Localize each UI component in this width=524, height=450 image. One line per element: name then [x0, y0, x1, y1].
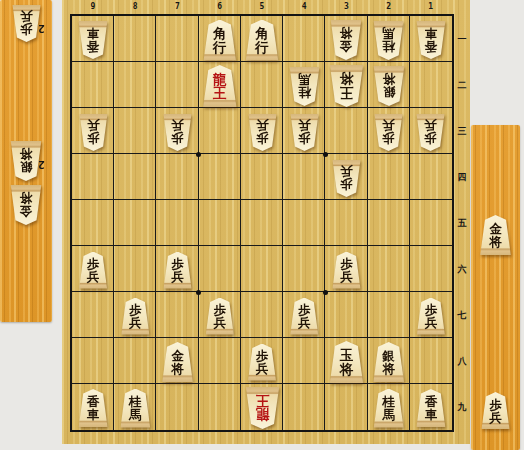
piece-kanji: 将 — [382, 362, 395, 375]
rank-label-5: 五 — [455, 217, 469, 229]
board-cell-2g[interactable] — [368, 292, 410, 338]
piece-pawn-9c[interactable]: 歩兵 — [78, 114, 109, 151]
file-label-2: 2 — [368, 1, 410, 12]
piece-kanji: 将 — [20, 148, 33, 161]
board-cell-6d[interactable] — [199, 154, 241, 200]
piece-kanji: 馬 — [382, 408, 395, 421]
piece-kanji: 行 — [213, 40, 227, 54]
piece-silver-2b[interactable]: 銀将 — [372, 66, 406, 106]
board-cell-9e[interactable] — [72, 200, 114, 246]
board-cell-7e[interactable] — [156, 200, 198, 246]
board-cell-6f[interactable] — [199, 246, 241, 292]
board-cell-4i[interactable] — [283, 384, 325, 430]
piece-kanji: 車 — [87, 27, 100, 40]
piece-face: 香車 — [77, 389, 109, 427]
piece-face: 歩兵 — [331, 252, 362, 289]
file-label-9: 9 — [72, 1, 114, 12]
board-cell-6c[interactable] — [199, 108, 241, 154]
board-cell-8d[interactable] — [114, 154, 156, 200]
piece-face: 歩兵 — [11, 5, 42, 42]
board-cell-7i[interactable] — [156, 384, 198, 430]
piece-face: 銀将 — [372, 66, 406, 106]
rank-label-3: 三 — [455, 125, 469, 137]
rank-label-1: 一 — [455, 33, 469, 45]
board-cell-6e[interactable] — [199, 200, 241, 246]
star-point — [196, 152, 201, 157]
board-cell-8e[interactable] — [114, 200, 156, 246]
piece-knight-2a[interactable]: 桂馬 — [372, 21, 405, 60]
piece-face: 金将 — [9, 185, 43, 225]
board-cell-5b[interactable] — [241, 62, 283, 108]
piece-kanji: 王 — [255, 394, 269, 408]
piece-pawn-6g[interactable]: 歩兵 — [204, 298, 235, 335]
piece-kanji: 王 — [213, 86, 227, 100]
piece-bishop-6a[interactable]: 角行 — [202, 20, 238, 61]
board-cell-9h[interactable] — [72, 338, 114, 384]
piece-kanji: 馬 — [129, 408, 142, 421]
star-point — [323, 152, 328, 157]
piece-face: 銀将 — [372, 342, 406, 382]
piece-kanji: 玉 — [340, 348, 354, 362]
piece-kanji: 歩 — [20, 24, 33, 37]
hand-piece-gote-pawn[interactable]: 歩兵 — [11, 5, 42, 42]
piece-kanji: 兵 — [489, 411, 502, 424]
piece-kanji: 車 — [425, 27, 438, 40]
piece-kanji: 将 — [340, 362, 354, 376]
piece-face: 桂馬 — [372, 389, 405, 428]
piece-face: 桂馬 — [372, 21, 405, 60]
piece-face: 金将 — [329, 20, 363, 60]
file-label-4: 4 — [283, 1, 325, 12]
rank-label-9: 九 — [455, 401, 469, 413]
gote-captured-stand: 歩兵2銀将2金将 — [0, 0, 52, 322]
board-cell-3e[interactable] — [325, 200, 367, 246]
piece-pawn-8g[interactable]: 歩兵 — [120, 298, 151, 335]
piece-kanji: 歩 — [489, 398, 502, 411]
star-point — [323, 290, 328, 295]
piece-kanji: 行 — [255, 40, 269, 54]
board-cell-8h[interactable] — [114, 338, 156, 384]
piece-pawn-1g[interactable]: 歩兵 — [415, 298, 446, 335]
piece-gold-7h[interactable]: 金将 — [161, 342, 195, 382]
rank-label-2: 二 — [455, 79, 469, 91]
hand-count-gote-silver: 2 — [38, 158, 45, 171]
piece-face: 角行 — [202, 20, 238, 61]
piece-pawn-7f[interactable]: 歩兵 — [162, 252, 193, 289]
piece-kanji: 桂 — [298, 86, 311, 99]
piece-face: 玉将 — [328, 341, 365, 383]
piece-face: 歩兵 — [247, 114, 278, 151]
piece-face: 歩兵 — [331, 160, 362, 197]
board-cell-1b[interactable] — [410, 62, 452, 108]
piece-pawn-2c[interactable]: 歩兵 — [373, 114, 404, 151]
piece-kanji: 兵 — [298, 119, 311, 132]
piece-kanji: 歩 — [87, 132, 100, 145]
piece-pawn-5c[interactable]: 歩兵 — [247, 114, 278, 151]
piece-kanji: 将 — [171, 362, 184, 375]
piece-pawn-3f[interactable]: 歩兵 — [331, 252, 362, 289]
sente-captured-stand: 金将歩兵 — [471, 125, 520, 450]
board-cell-8c[interactable] — [114, 108, 156, 154]
piece-king-3h[interactable]: 玉将 — [328, 341, 365, 383]
piece-kanji: 馬 — [298, 73, 311, 86]
file-label-6: 6 — [199, 1, 241, 12]
board-cell-7d[interactable] — [156, 154, 198, 200]
rank-label-8: 八 — [455, 355, 469, 367]
board-cell-8a[interactable] — [114, 16, 156, 62]
board-cell-2e[interactable] — [368, 200, 410, 246]
star-point — [196, 290, 201, 295]
board-cell-1e[interactable] — [410, 200, 452, 246]
board-cell-5e[interactable] — [241, 200, 283, 246]
piece-kanji: 将 — [382, 73, 395, 86]
file-label-5: 5 — [241, 1, 283, 12]
piece-face: 龍王 — [244, 387, 281, 429]
board-cell-1h[interactable] — [410, 338, 452, 384]
piece-kanji: 馬 — [382, 27, 395, 40]
piece-face: 歩兵 — [78, 252, 109, 289]
piece-kanji: 歩 — [340, 178, 353, 191]
piece-lance-9i[interactable]: 香車 — [77, 389, 109, 427]
piece-face: 桂馬 — [119, 389, 152, 428]
hand-count-gote-pawn: 2 — [38, 22, 45, 35]
hand-piece-gote-gold[interactable]: 金将 — [9, 185, 43, 225]
piece-pawn-3d[interactable]: 歩兵 — [331, 160, 362, 197]
piece-face: 角行 — [244, 20, 280, 61]
hand-piece-sente-gold[interactable]: 金将 — [479, 215, 513, 255]
piece-kanji: 桂 — [382, 40, 395, 53]
board-cell-9b[interactable] — [72, 62, 114, 108]
board-cell-3c[interactable] — [325, 108, 367, 154]
piece-face: 歩兵 — [162, 252, 193, 289]
piece-dragon-6b[interactable]: 龍王 — [201, 65, 238, 107]
piece-kanji: 兵 — [425, 316, 438, 329]
file-label-7: 7 — [156, 1, 198, 12]
board-cell-5g[interactable] — [241, 292, 283, 338]
piece-knight-4b[interactable]: 桂馬 — [288, 67, 321, 106]
piece-face: 歩兵 — [247, 344, 278, 381]
board-cell-3i[interactable] — [325, 384, 367, 430]
piece-face: 歩兵 — [120, 298, 151, 335]
piece-pawn-4c[interactable]: 歩兵 — [289, 114, 320, 151]
piece-gold-3a[interactable]: 金将 — [329, 20, 363, 60]
board-cell-7g[interactable] — [156, 292, 198, 338]
piece-kanji: 銀 — [382, 86, 395, 99]
piece-knight-2i[interactable]: 桂馬 — [372, 389, 405, 428]
piece-kanji: 香 — [425, 40, 438, 53]
piece-kanji: 兵 — [340, 165, 353, 178]
piece-face: 桂馬 — [288, 67, 321, 106]
board-cell-1f[interactable] — [410, 246, 452, 292]
piece-kanji: 車 — [87, 408, 100, 421]
piece-kanji: 銀 — [20, 161, 33, 174]
piece-kanji: 将 — [340, 27, 353, 40]
piece-kanji: 金 — [340, 40, 353, 53]
piece-face: 歩兵 — [415, 298, 446, 335]
piece-dragon-5i[interactable]: 龍王 — [244, 387, 281, 429]
board-cell-4h[interactable] — [283, 338, 325, 384]
piece-face: 龍王 — [201, 65, 238, 107]
piece-pawn-7c[interactable]: 歩兵 — [162, 114, 193, 151]
board-cell-4a[interactable] — [283, 16, 325, 62]
piece-kanji: 車 — [425, 408, 438, 421]
piece-face: 香車 — [77, 21, 109, 59]
piece-face: 歩兵 — [289, 298, 320, 335]
board-cell-8b[interactable] — [114, 62, 156, 108]
hand-piece-sente-pawn[interactable]: 歩兵 — [480, 392, 511, 429]
rank-label-4: 四 — [455, 171, 469, 183]
piece-kanji: 兵 — [382, 119, 395, 132]
piece-kanji: 将 — [489, 235, 502, 248]
board-cell-4e[interactable] — [283, 200, 325, 246]
piece-kanji: 角 — [255, 26, 269, 40]
board-cell-7a[interactable] — [156, 16, 198, 62]
board-cell-2d[interactable] — [368, 154, 410, 200]
piece-kanji: 王 — [340, 86, 354, 100]
piece-kanji: 兵 — [214, 316, 227, 329]
piece-kanji: 兵 — [256, 119, 269, 132]
piece-kanji: 歩 — [256, 132, 269, 145]
board-cell-1d[interactable] — [410, 154, 452, 200]
piece-lance-9a[interactable]: 香車 — [77, 21, 109, 59]
piece-kanji: 兵 — [87, 119, 100, 132]
piece-kanji: 兵 — [340, 270, 353, 283]
piece-knight-8i[interactable]: 桂馬 — [119, 389, 152, 428]
piece-face: 金将 — [161, 342, 195, 382]
piece-kanji: 歩 — [171, 132, 184, 145]
piece-kanji: 兵 — [87, 270, 100, 283]
board-cell-6h[interactable] — [199, 338, 241, 384]
piece-kanji: 角 — [213, 26, 227, 40]
board-cell-3g[interactable] — [325, 292, 367, 338]
piece-face: 歩兵 — [204, 298, 235, 335]
piece-kanji: 歩 — [298, 132, 311, 145]
piece-kanji: 歩 — [425, 132, 438, 145]
board-cell-4f[interactable] — [283, 246, 325, 292]
board-cell-5d[interactable] — [241, 154, 283, 200]
piece-face: 金将 — [479, 215, 513, 255]
piece-kanji: 歩 — [382, 132, 395, 145]
piece-pawn-4g[interactable]: 歩兵 — [289, 298, 320, 335]
board-cell-4d[interactable] — [283, 154, 325, 200]
rank-label-6: 六 — [455, 263, 469, 275]
piece-face: 香車 — [415, 389, 447, 427]
board-grid-frame: 香車金将桂馬香車角行角行龍王桂馬王将銀将歩兵歩兵歩兵歩兵歩兵歩兵歩兵歩兵歩兵歩兵… — [70, 14, 454, 432]
file-labels: 987654321 — [72, 1, 452, 12]
piece-bishop-5a[interactable]: 角行 — [244, 20, 280, 61]
board-cell-9d[interactable] — [72, 154, 114, 200]
piece-silver-2h[interactable]: 銀将 — [372, 342, 406, 382]
piece-face: 歩兵 — [480, 392, 511, 429]
piece-pawn-1c[interactable]: 歩兵 — [415, 114, 446, 151]
board-cell-7b[interactable] — [156, 62, 198, 108]
piece-kanji: 金 — [20, 205, 33, 218]
piece-kanji: 兵 — [129, 316, 142, 329]
piece-kanji: 兵 — [171, 270, 184, 283]
piece-pawn-9f[interactable]: 歩兵 — [78, 252, 109, 289]
board-cell-5f[interactable] — [241, 246, 283, 292]
piece-kanji: 兵 — [20, 11, 33, 24]
piece-face: 歩兵 — [289, 114, 320, 151]
piece-kanji: 龍 — [255, 408, 269, 422]
shogi-board: 987654321 一二三四五六七八九 香車金将桂馬香車角行角行龍王桂馬王将銀将… — [62, 0, 470, 444]
piece-kanji: 兵 — [171, 119, 184, 132]
shogi-app: 歩兵2銀将2金将 987654321 一二三四五六七八九 香車金将桂馬香車角行角… — [0, 0, 524, 450]
file-label-8: 8 — [114, 1, 156, 12]
piece-face: 歩兵 — [415, 114, 446, 151]
piece-king-3b[interactable]: 王将 — [328, 65, 365, 107]
file-label-1: 1 — [410, 1, 452, 12]
board-cell-6i[interactable] — [199, 384, 241, 430]
piece-lance-1i[interactable]: 香車 — [415, 389, 447, 427]
board-cell-2f[interactable] — [368, 246, 410, 292]
piece-kanji: 兵 — [256, 362, 269, 375]
piece-kanji: 兵 — [425, 119, 438, 132]
piece-face: 王将 — [328, 65, 365, 107]
board-cell-8f[interactable] — [114, 246, 156, 292]
piece-kanji: 香 — [87, 40, 100, 53]
piece-kanji: 将 — [340, 72, 354, 86]
piece-face: 歩兵 — [162, 114, 193, 151]
board-cell-9g[interactable] — [72, 292, 114, 338]
rank-label-7: 七 — [455, 309, 469, 321]
piece-face: 香車 — [415, 21, 447, 59]
piece-face: 歩兵 — [373, 114, 404, 151]
piece-kanji: 龍 — [213, 72, 227, 86]
piece-face: 歩兵 — [78, 114, 109, 151]
piece-lance-1a[interactable]: 香車 — [415, 21, 447, 59]
piece-pawn-5h[interactable]: 歩兵 — [247, 344, 278, 381]
file-label-3: 3 — [325, 1, 367, 12]
piece-kanji: 兵 — [298, 316, 311, 329]
piece-kanji: 将 — [20, 192, 33, 205]
